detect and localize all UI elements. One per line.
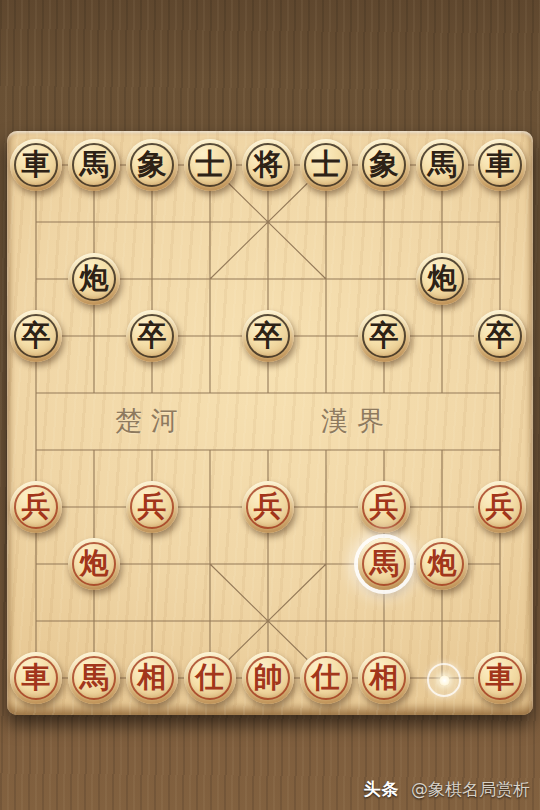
piece-character: 兵	[138, 492, 167, 521]
piece-character: 兵	[254, 492, 283, 521]
piece-black-士[interactable]: 士	[300, 139, 352, 191]
piece-black-卒[interactable]: 卒	[126, 310, 178, 362]
piece-red-兵[interactable]: 兵	[358, 481, 410, 533]
piece-character: 象	[370, 150, 399, 179]
piece-character: 兵	[486, 492, 515, 521]
piece-black-馬[interactable]: 馬	[68, 139, 120, 191]
piece-black-卒[interactable]: 卒	[474, 310, 526, 362]
piece-red-仕[interactable]: 仕	[300, 652, 352, 704]
piece-black-象[interactable]: 象	[126, 139, 178, 191]
piece-black-象[interactable]: 象	[358, 139, 410, 191]
piece-black-卒[interactable]: 卒	[10, 310, 62, 362]
piece-character: 車	[486, 150, 515, 179]
piece-character: 車	[486, 663, 515, 692]
piece-character: 馬	[428, 150, 457, 179]
piece-character: 車	[22, 150, 51, 179]
piece-character: 相	[138, 663, 167, 692]
piece-character: 士	[312, 150, 341, 179]
piece-black-炮[interactable]: 炮	[416, 253, 468, 305]
piece-character: 卒	[486, 321, 515, 350]
piece-red-炮[interactable]: 炮	[416, 538, 468, 590]
piece-black-炮[interactable]: 炮	[68, 253, 120, 305]
piece-character: 卒	[254, 321, 283, 350]
piece-character: 帥	[254, 663, 283, 692]
xiangqi-board[interactable]: 楚河 漢界 車馬象士将士象馬車炮炮卒卒卒卒卒兵兵兵兵兵炮馬炮車馬相仕帥仕相車	[7, 131, 533, 715]
piece-red-兵[interactable]: 兵	[10, 481, 62, 533]
piece-character: 馬	[80, 663, 109, 692]
piece-character: 将	[254, 150, 283, 179]
piece-character: 兵	[22, 492, 51, 521]
piece-character: 仕	[312, 663, 341, 692]
piece-character: 卒	[22, 321, 51, 350]
piece-red-車[interactable]: 車	[474, 652, 526, 704]
piece-character: 兵	[370, 492, 399, 521]
watermark: 头条 @象棋名局赏析	[364, 777, 530, 801]
piece-character: 炮	[428, 264, 457, 293]
piece-character: 炮	[428, 549, 457, 578]
piece-red-炮[interactable]: 炮	[68, 538, 120, 590]
piece-character: 相	[370, 663, 399, 692]
app-background: { "game": "xiangqi", "position": { "fen"…	[0, 0, 540, 810]
piece-character: 卒	[370, 321, 399, 350]
piece-character: 卒	[138, 321, 167, 350]
piece-red-兵[interactable]: 兵	[242, 481, 294, 533]
piece-red-兵[interactable]: 兵	[126, 481, 178, 533]
move-origin-marker	[427, 663, 461, 697]
piece-character: 炮	[80, 549, 109, 578]
piece-black-車[interactable]: 車	[10, 139, 62, 191]
piece-black-士[interactable]: 士	[184, 139, 236, 191]
piece-black-車[interactable]: 車	[474, 139, 526, 191]
piece-red-相[interactable]: 相	[358, 652, 410, 704]
piece-character: 炮	[80, 264, 109, 293]
river-label-right: 漢界	[321, 404, 393, 438]
piece-black-馬[interactable]: 馬	[416, 139, 468, 191]
watermark-brand: 头条	[364, 779, 400, 799]
piece-red-仕[interactable]: 仕	[184, 652, 236, 704]
piece-black-卒[interactable]: 卒	[358, 310, 410, 362]
piece-red-馬[interactable]: 馬	[358, 538, 410, 590]
piece-red-馬[interactable]: 馬	[68, 652, 120, 704]
move-origin-dot	[439, 675, 450, 686]
board-grid-lines	[7, 131, 533, 715]
piece-red-相[interactable]: 相	[126, 652, 178, 704]
piece-character: 仕	[196, 663, 225, 692]
piece-character: 象	[138, 150, 167, 179]
piece-black-卒[interactable]: 卒	[242, 310, 294, 362]
piece-red-兵[interactable]: 兵	[474, 481, 526, 533]
piece-character: 車	[22, 663, 51, 692]
piece-character: 士	[196, 150, 225, 179]
piece-black-将[interactable]: 将	[242, 139, 294, 191]
watermark-handle: @象棋名局赏析	[411, 779, 530, 799]
piece-red-車[interactable]: 車	[10, 652, 62, 704]
river-label-left: 楚河	[115, 404, 187, 438]
piece-character: 馬	[370, 549, 399, 578]
piece-character: 馬	[80, 150, 109, 179]
piece-red-帥[interactable]: 帥	[242, 652, 294, 704]
